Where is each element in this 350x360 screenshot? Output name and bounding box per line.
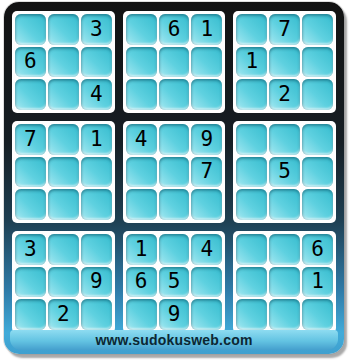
cell-r3c7[interactable] [236,79,267,110]
cell-r5c2[interactable] [48,157,79,188]
cell-r8c5[interactable]: 5 [159,267,190,298]
cell-r1c5[interactable]: 6 [159,14,190,45]
cell-r5c6[interactable]: 7 [191,157,222,188]
cell-r3c3[interactable]: 4 [81,79,112,110]
cell-r6c5[interactable] [159,189,190,220]
cell-r5c8[interactable]: 5 [269,157,300,188]
cell-r9c3[interactable] [81,299,112,330]
cell-r3c1[interactable] [15,79,46,110]
cell-r6c6[interactable] [191,189,222,220]
cell-r3c6[interactable] [191,79,222,110]
cell-r2c6[interactable] [191,47,222,78]
cell-r7c4[interactable]: 1 [126,234,157,265]
cell-r3c2[interactable] [48,79,79,110]
cell-r9c6[interactable] [191,299,222,330]
cell-r1c2[interactable] [48,14,79,45]
box-r1c3: 712 [233,11,336,113]
cell-r4c2[interactable] [48,124,79,155]
cell-r4c1[interactable]: 7 [15,124,46,155]
cell-r8c4[interactable]: 6 [126,267,157,298]
cell-r6c9[interactable] [302,189,333,220]
cell-r4c5[interactable] [159,124,190,155]
cell-r5c9[interactable] [302,157,333,188]
box-r2c3: 5 [233,121,336,223]
cell-r1c9[interactable] [302,14,333,45]
cell-r5c5[interactable] [159,157,190,188]
box-r1c1: 364 [12,11,115,113]
cell-r3c8[interactable]: 2 [269,79,300,110]
box-r1c2: 61 [123,11,226,113]
cell-r2c7[interactable]: 1 [236,47,267,78]
cell-r4c8[interactable] [269,124,300,155]
cell-r7c2[interactable] [48,234,79,265]
sudoku-board: 364617127149753921465961 [12,11,336,333]
cell-r9c4[interactable] [126,299,157,330]
cell-r7c6[interactable]: 4 [191,234,222,265]
cell-r2c8[interactable] [269,47,300,78]
cell-r7c9[interactable]: 6 [302,234,333,265]
cell-r6c3[interactable] [81,189,112,220]
cell-r6c7[interactable] [236,189,267,220]
cell-r8c6[interactable] [191,267,222,298]
cell-r5c7[interactable] [236,157,267,188]
box-r3c3: 61 [233,231,336,333]
cell-r8c1[interactable] [15,267,46,298]
cell-r7c7[interactable] [236,234,267,265]
sudoku-widget: 364617127149753921465961 www.sudokusweb.… [0,0,350,360]
cell-r2c5[interactable] [159,47,190,78]
cell-r8c2[interactable] [48,267,79,298]
cell-r2c2[interactable] [48,47,79,78]
cell-r8c9[interactable]: 1 [302,267,333,298]
cell-r7c5[interactable] [159,234,190,265]
cell-r4c6[interactable]: 9 [191,124,222,155]
cell-r7c3[interactable] [81,234,112,265]
cell-r1c7[interactable] [236,14,267,45]
cell-r4c3[interactable]: 1 [81,124,112,155]
cell-r4c4[interactable]: 4 [126,124,157,155]
website-url: www.sudokusweb.com [95,332,252,348]
cell-r2c1[interactable]: 6 [15,47,46,78]
box-r2c2: 497 [123,121,226,223]
cell-r5c3[interactable] [81,157,112,188]
cell-r2c3[interactable] [81,47,112,78]
cell-r1c3[interactable]: 3 [81,14,112,45]
cell-r7c8[interactable] [269,234,300,265]
cell-r5c4[interactable] [126,157,157,188]
cell-r4c7[interactable] [236,124,267,155]
cell-r9c1[interactable] [15,299,46,330]
cell-r6c8[interactable] [269,189,300,220]
cell-r1c4[interactable] [126,14,157,45]
cell-r6c4[interactable] [126,189,157,220]
cell-r9c5[interactable]: 9 [159,299,190,330]
cell-r7c1[interactable]: 3 [15,234,46,265]
cell-r9c7[interactable] [236,299,267,330]
box-r3c1: 392 [12,231,115,333]
cell-r6c1[interactable] [15,189,46,220]
footer-band: www.sudokusweb.com [10,330,338,350]
cell-r1c8[interactable]: 7 [269,14,300,45]
cell-r6c2[interactable] [48,189,79,220]
cell-r2c9[interactable] [302,47,333,78]
board-frame: 364617127149753921465961 www.sudokusweb.… [4,2,344,354]
cell-r5c1[interactable] [15,157,46,188]
cell-r9c8[interactable] [269,299,300,330]
cell-r8c3[interactable]: 9 [81,267,112,298]
cell-r9c2[interactable]: 2 [48,299,79,330]
cell-r1c1[interactable] [15,14,46,45]
cell-r8c7[interactable] [236,267,267,298]
box-r2c1: 71 [12,121,115,223]
cell-r9c9[interactable] [302,299,333,330]
cell-r3c9[interactable] [302,79,333,110]
cell-r1c6[interactable]: 1 [191,14,222,45]
cell-r4c9[interactable] [302,124,333,155]
cell-r3c4[interactable] [126,79,157,110]
cell-r2c4[interactable] [126,47,157,78]
cell-r3c5[interactable] [159,79,190,110]
box-r3c2: 14659 [123,231,226,333]
cell-r8c8[interactable] [269,267,300,298]
